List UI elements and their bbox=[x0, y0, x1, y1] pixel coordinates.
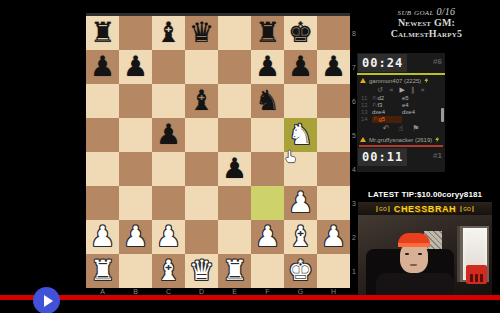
bottom-clock: 00:11 bbox=[358, 148, 407, 166]
square-h6[interactable] bbox=[317, 84, 350, 118]
square-a1[interactable]: ♜ bbox=[86, 254, 119, 288]
square-f1[interactable] bbox=[251, 254, 284, 288]
white-knight[interactable]: ♞ bbox=[288, 118, 313, 152]
banner-emblem-right: GO bbox=[460, 206, 474, 212]
square-e7[interactable] bbox=[218, 50, 251, 84]
square-g7[interactable]: ♟ bbox=[284, 50, 317, 84]
square-g6[interactable] bbox=[284, 84, 317, 118]
white-pawn[interactable]: ♟ bbox=[156, 220, 181, 254]
square-e6[interactable] bbox=[218, 84, 251, 118]
white-bishop[interactable]: ♝ bbox=[156, 254, 181, 288]
sub-goal-text: sub goal 0/16 bbox=[363, 6, 490, 17]
square-c3[interactable] bbox=[152, 186, 185, 220]
black-pawn[interactable]: ♟ bbox=[156, 118, 181, 152]
square-a7[interactable]: ♟ bbox=[86, 50, 119, 84]
square-g1[interactable]: ♚ bbox=[284, 254, 317, 288]
square-g3[interactable]: ♟ bbox=[284, 186, 317, 220]
white-rook[interactable]: ♜ bbox=[90, 254, 115, 288]
black-rook[interactable]: ♜ bbox=[255, 16, 280, 50]
square-f7[interactable]: ♟ bbox=[251, 50, 284, 84]
restart-icon[interactable]: ↺ bbox=[377, 86, 383, 94]
white-king[interactable]: ♚ bbox=[288, 254, 313, 288]
play-icon[interactable]: ▶ bbox=[399, 86, 404, 94]
move-row-11: 11♘d2e5 bbox=[361, 95, 445, 102]
square-h1[interactable] bbox=[317, 254, 350, 288]
square-e2[interactable] bbox=[218, 220, 251, 254]
move-number: 14 bbox=[361, 116, 372, 123]
banner-emblem-left: GO bbox=[376, 206, 390, 212]
lightning-icon bbox=[435, 137, 439, 143]
square-c2[interactable]: ♟ bbox=[152, 220, 185, 254]
white-queen[interactable]: ♛ bbox=[189, 254, 214, 288]
square-a8[interactable]: ♜ bbox=[86, 16, 119, 50]
square-f3[interactable] bbox=[251, 186, 284, 220]
square-c1[interactable]: ♝ bbox=[152, 254, 185, 288]
newest-gm-text: Newest GM: CalmestHarpy5 bbox=[363, 17, 490, 39]
white-pawn[interactable]: ♟ bbox=[90, 220, 115, 254]
undo-icon[interactable]: ↶ bbox=[383, 124, 390, 133]
black-pawn[interactable]: ♟ bbox=[288, 50, 313, 84]
square-c6[interactable] bbox=[152, 84, 185, 118]
white-move[interactable]: ♘g5 bbox=[372, 116, 402, 123]
square-b3[interactable] bbox=[119, 186, 152, 220]
flag-icon[interactable]: ⚑ bbox=[412, 124, 419, 133]
square-d1[interactable]: ♛ bbox=[185, 254, 218, 288]
black-pawn[interactable]: ♟ bbox=[123, 50, 148, 84]
black-move[interactable]: e4 bbox=[402, 102, 432, 109]
play-icon bbox=[44, 295, 53, 307]
square-h8[interactable] bbox=[317, 16, 350, 50]
black-pawn[interactable]: ♟ bbox=[222, 152, 247, 186]
chess-board[interactable]: ♜♝♛♜♚♟♟♟♟♟♝♞♟♞♟♟♟♟♟♟♝♟♜♝♛♜♚ bbox=[86, 16, 350, 288]
square-d2[interactable] bbox=[185, 220, 218, 254]
square-b8[interactable] bbox=[119, 16, 152, 50]
game-info-panel: 00:24 #6 gammon407 (2225) ↺«▶‖» 11♘d2e51… bbox=[357, 53, 445, 172]
square-d5[interactable] bbox=[185, 118, 218, 152]
square-h3[interactable] bbox=[317, 186, 350, 220]
move-number: 11 bbox=[361, 95, 372, 102]
movelist-scrollbar[interactable] bbox=[441, 108, 444, 122]
square-a5[interactable] bbox=[86, 118, 119, 152]
square-e1[interactable]: ♜ bbox=[218, 254, 251, 288]
stream-video-frame: ♜♝♛♜♚♟♟♟♟♟♝♞♟♞♟♟♟♟♟♟♝♟♜♝♛♜♚ 87654321 ABC… bbox=[0, 0, 500, 313]
white-pawn[interactable]: ♟ bbox=[255, 220, 280, 254]
white-move[interactable]: dxe4 bbox=[372, 109, 402, 116]
square-d7[interactable] bbox=[185, 50, 218, 84]
bottom-clock-row: 00:11 #1 bbox=[357, 147, 445, 167]
square-e4[interactable]: ♟ bbox=[218, 152, 251, 186]
warning-icon bbox=[360, 78, 366, 83]
square-c4[interactable] bbox=[152, 152, 185, 186]
square-b2[interactable]: ♟ bbox=[119, 220, 152, 254]
thumbs-up-icon[interactable]: ☝ bbox=[398, 124, 403, 133]
square-g2[interactable]: ♝ bbox=[284, 220, 317, 254]
black-move[interactable]: e5 bbox=[402, 95, 432, 102]
streamer-body bbox=[376, 273, 454, 295]
square-d6[interactable]: ♝ bbox=[185, 84, 218, 118]
square-g8[interactable]: ♚ bbox=[284, 16, 317, 50]
white-pawn[interactable]: ♟ bbox=[321, 220, 346, 254]
square-e5[interactable] bbox=[218, 118, 251, 152]
bottom-player-row[interactable]: Mr.gruffysnacker (2619) bbox=[357, 135, 445, 144]
square-f8[interactable]: ♜ bbox=[251, 16, 284, 50]
move-number: 13 bbox=[361, 109, 372, 116]
streamer-face bbox=[398, 233, 430, 273]
move-list[interactable]: 11♘d2e512♘f3e413dxe4dxe414♘g5 bbox=[357, 95, 445, 123]
hand-cursor-icon bbox=[284, 149, 297, 168]
square-f6[interactable]: ♞ bbox=[251, 84, 284, 118]
skip-back-icon[interactable]: « bbox=[389, 86, 393, 94]
square-a4[interactable] bbox=[86, 152, 119, 186]
square-h7[interactable]: ♟ bbox=[317, 50, 350, 84]
square-e8[interactable] bbox=[218, 16, 251, 50]
move-row-13: 13dxe4dxe4 bbox=[361, 109, 445, 116]
replay-controls: ↺«▶‖» bbox=[357, 85, 445, 95]
top-clock: 00:24 bbox=[358, 54, 407, 72]
white-rook[interactable]: ♜ bbox=[222, 254, 247, 288]
skip-forward-icon[interactable]: » bbox=[420, 86, 424, 94]
play-button[interactable] bbox=[33, 287, 60, 313]
square-h5[interactable] bbox=[317, 118, 350, 152]
black-bishop[interactable]: ♝ bbox=[156, 16, 181, 50]
stream-goals-overlay: sub goal 0/16 Newest GM: CalmestHarpy5 bbox=[363, 6, 490, 39]
rank-label-8: 8 bbox=[352, 16, 360, 50]
square-h2[interactable]: ♟ bbox=[317, 220, 350, 254]
pause-icon[interactable]: ‖ bbox=[411, 86, 415, 94]
webcam-banner-title: CHESSBRAH bbox=[394, 204, 456, 214]
white-move[interactable]: ♘f3 bbox=[372, 102, 402, 109]
white-bishop[interactable]: ♝ bbox=[288, 220, 313, 254]
white-move[interactable]: ♘d2 bbox=[372, 95, 402, 102]
square-f5[interactable] bbox=[251, 118, 284, 152]
square-c7[interactable] bbox=[152, 50, 185, 84]
black-knight[interactable]: ♞ bbox=[255, 84, 280, 118]
square-b4[interactable] bbox=[119, 152, 152, 186]
square-f4[interactable] bbox=[251, 152, 284, 186]
square-f2[interactable]: ♟ bbox=[251, 220, 284, 254]
bottom-player-name[interactable]: Mr.gruffysnacker (2619) bbox=[369, 137, 432, 143]
square-d3[interactable] bbox=[185, 186, 218, 220]
black-move[interactable]: dxe4 bbox=[402, 109, 432, 116]
black-pawn[interactable]: ♟ bbox=[90, 50, 115, 84]
black-queen[interactable]: ♛ bbox=[189, 16, 214, 50]
lightning-icon bbox=[424, 78, 428, 84]
move-row-12: 12♘f3e4 bbox=[361, 102, 445, 109]
webcam-widget: GO CHESSBRAH GO bbox=[358, 202, 492, 295]
top-player-name[interactable]: gammon407 (2225) bbox=[369, 78, 421, 84]
white-pawn[interactable]: ♟ bbox=[123, 220, 148, 254]
move-number: 12 bbox=[361, 102, 372, 109]
square-b5[interactable] bbox=[119, 118, 152, 152]
game-action-icons: ↶☝⚑ bbox=[357, 123, 445, 134]
black-rook[interactable]: ♜ bbox=[90, 16, 115, 50]
video-progress-bar[interactable] bbox=[0, 295, 500, 300]
top-clock-row: 00:24 #6 bbox=[357, 53, 445, 73]
square-a2[interactable]: ♟ bbox=[86, 220, 119, 254]
black-pawn[interactable]: ♟ bbox=[255, 50, 280, 84]
webcam-banner: GO CHESSBRAH GO bbox=[358, 202, 492, 215]
square-c8[interactable]: ♝ bbox=[152, 16, 185, 50]
top-clock-accent-line bbox=[357, 73, 445, 75]
square-b6[interactable] bbox=[119, 84, 152, 118]
square-a3[interactable] bbox=[86, 186, 119, 220]
bottom-player-rank-badge: #1 bbox=[433, 151, 442, 160]
black-king[interactable]: ♚ bbox=[288, 16, 313, 50]
latest-tip-text: LATEST TIP:$10.00coryy8181 bbox=[356, 190, 494, 199]
square-d4[interactable] bbox=[185, 152, 218, 186]
square-c5[interactable]: ♟ bbox=[152, 118, 185, 152]
top-player-rank-badge: #6 bbox=[433, 57, 442, 66]
square-h4[interactable] bbox=[317, 152, 350, 186]
black-bishop[interactable]: ♝ bbox=[189, 84, 214, 118]
square-e3[interactable] bbox=[218, 186, 251, 220]
square-a6[interactable] bbox=[86, 84, 119, 118]
square-d8[interactable]: ♛ bbox=[185, 16, 218, 50]
warning-icon bbox=[360, 137, 366, 142]
black-pawn[interactable]: ♟ bbox=[321, 50, 346, 84]
square-g5[interactable]: ♞ bbox=[284, 118, 317, 152]
square-b7[interactable]: ♟ bbox=[119, 50, 152, 84]
black-move[interactable] bbox=[402, 116, 432, 123]
top-player-row[interactable]: gammon407 (2225) bbox=[357, 76, 445, 85]
white-pawn[interactable]: ♟ bbox=[288, 186, 313, 220]
chessbrah-logo bbox=[466, 265, 487, 284]
square-b1[interactable] bbox=[119, 254, 152, 288]
webcam-video bbox=[358, 215, 492, 295]
move-row-14: 14♘g5 bbox=[361, 116, 445, 123]
